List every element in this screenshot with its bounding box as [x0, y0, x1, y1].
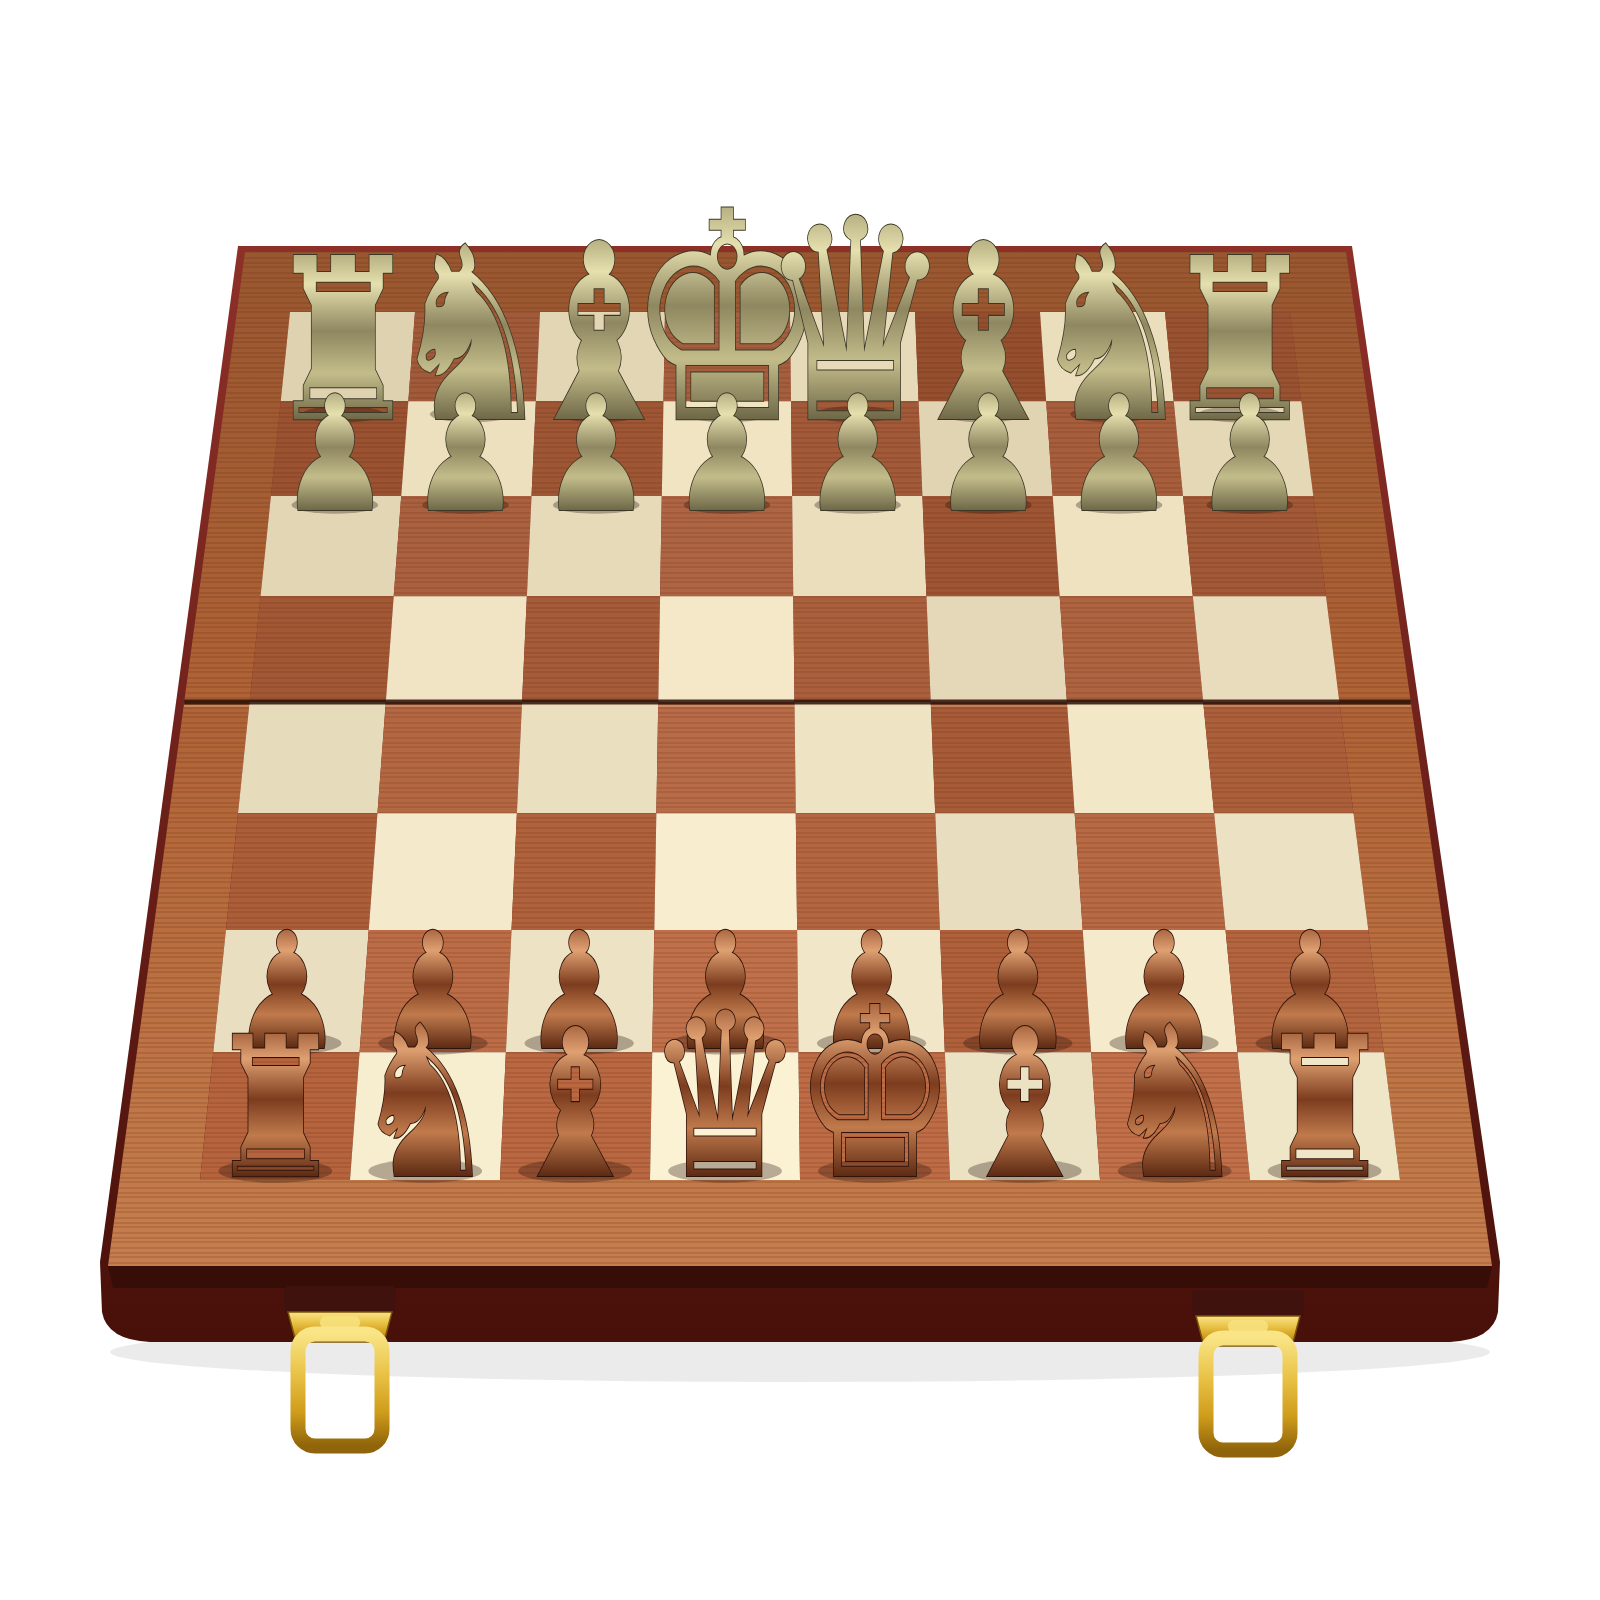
- square-f5[interactable]: [926, 596, 1066, 702]
- square-h4[interactable]: [1203, 702, 1353, 813]
- piece-black-pawn-a7[interactable]: ♟: [279, 362, 391, 548]
- square-a4[interactable]: [238, 702, 386, 813]
- square-g4[interactable]: [1067, 702, 1214, 813]
- front-edge-shadow: [108, 1266, 1492, 1288]
- piece-white-knight-g1[interactable]: ♞: [1101, 981, 1248, 1225]
- piece-black-pawn-e7[interactable]: ♟: [802, 362, 914, 548]
- square-g5[interactable]: [1060, 596, 1204, 702]
- chess-board: ♜♞♝♚♛♝♞♜♟♟♟♟♟♟♟♟♟♟♟♟♟♟♟♟♜♞♝♛♚♝♞♜: [0, 0, 1600, 1600]
- piece-white-bishop-c1[interactable]: ♝: [503, 985, 646, 1224]
- square-h5[interactable]: [1193, 596, 1340, 702]
- piece-white-king-e1[interactable]: ♚: [793, 957, 957, 1231]
- piece-black-pawn-f7[interactable]: ♟: [932, 362, 1044, 548]
- square-b5[interactable]: [386, 596, 527, 702]
- square-e4[interactable]: [794, 702, 935, 813]
- piece-white-rook-a1[interactable]: ♜: [207, 995, 343, 1221]
- square-b4[interactable]: [377, 702, 522, 813]
- piece-black-pawn-c7[interactable]: ♟: [540, 362, 652, 548]
- square-c5[interactable]: [522, 596, 660, 702]
- piece-black-pawn-g7[interactable]: ♟: [1063, 362, 1175, 548]
- square-d4[interactable]: [656, 702, 795, 813]
- piece-white-queen-d1[interactable]: ♛: [645, 964, 804, 1229]
- piece-black-pawn-h7[interactable]: ♟: [1194, 362, 1306, 548]
- square-a5[interactable]: [250, 596, 394, 702]
- piece-white-knight-b1[interactable]: ♞: [352, 981, 499, 1225]
- square-c4[interactable]: [517, 702, 658, 813]
- piece-black-pawn-d7[interactable]: ♟: [671, 362, 783, 548]
- square-d5[interactable]: [658, 596, 794, 702]
- square-f4[interactable]: [931, 702, 1075, 813]
- square-e5[interactable]: [793, 596, 930, 702]
- piece-black-pawn-b7[interactable]: ♟: [410, 362, 522, 548]
- piece-white-rook-h1[interactable]: ♜: [1256, 995, 1392, 1221]
- piece-white-bishop-f1[interactable]: ♝: [953, 985, 1096, 1224]
- chess-set-photo: ♜♞♝♚♛♝♞♜♟♟♟♟♟♟♟♟♟♟♟♟♟♟♟♟♜♞♝♛♚♝♞♜: [0, 0, 1600, 1600]
